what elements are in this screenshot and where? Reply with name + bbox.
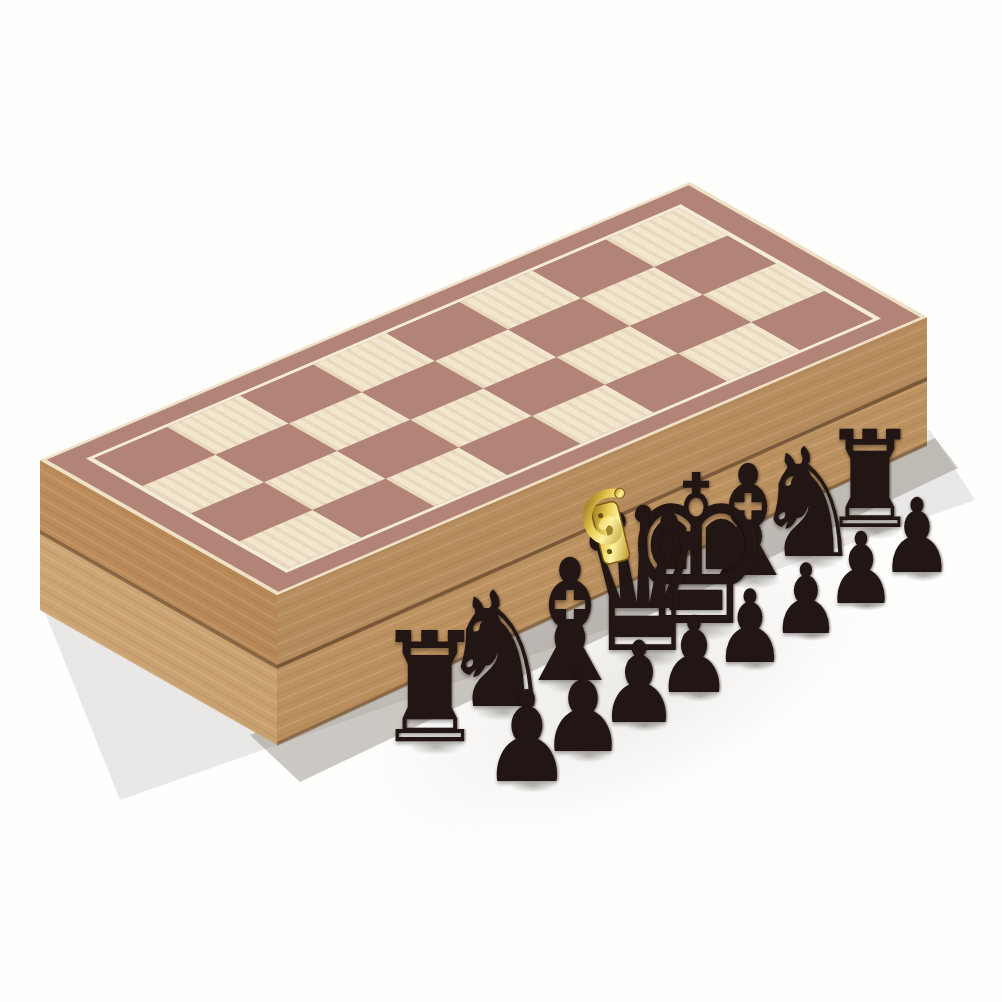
chess-set-product-photo: ♜♞♝♛♚♝♞♜♟♟♟♟♟♟♟♟: [0, 0, 1002, 1002]
chess-piece-rook: ♜: [375, 613, 484, 765]
chess-piece-pawn: ♟: [482, 675, 572, 801]
chess-pieces: ♜♞♝♛♚♝♞♜♟♟♟♟♟♟♟♟: [0, 0, 1002, 1002]
